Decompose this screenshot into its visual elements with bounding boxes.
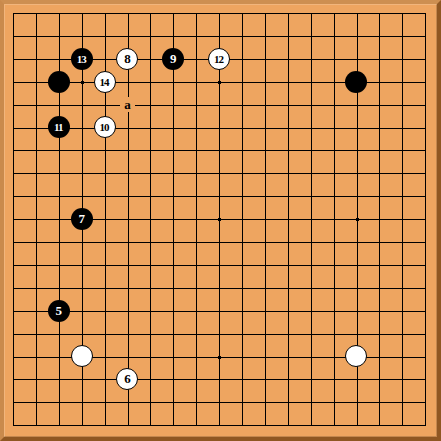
point-label-a: a — [120, 97, 135, 112]
stone-white-move-8: 8 — [116, 48, 138, 70]
stones-layer: 567891011121314a — [2, 2, 437, 437]
stone-black-move-13: 13 — [71, 48, 93, 70]
stone-black-move-9: 9 — [162, 48, 184, 70]
stone-white-move-6: 6 — [116, 368, 138, 390]
stone-white-move-14: 14 — [94, 71, 116, 93]
stone-black-plain — [48, 71, 70, 93]
go-board: 567891011121314a — [0, 0, 441, 441]
stone-black-plain — [345, 71, 367, 93]
stone-black-move-7: 7 — [71, 208, 93, 230]
stone-black-move-11: 11 — [48, 116, 70, 138]
stone-white-plain — [71, 345, 93, 367]
stone-white-move-12: 12 — [208, 48, 230, 70]
stone-black-move-5: 5 — [48, 300, 70, 322]
stone-white-move-10: 10 — [94, 116, 116, 138]
stone-white-plain — [345, 345, 367, 367]
